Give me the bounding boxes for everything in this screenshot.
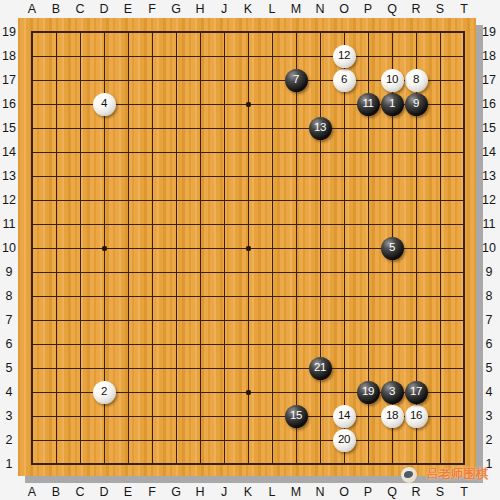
stone-white: 2 — [93, 381, 116, 404]
star-point — [102, 246, 107, 251]
left-coordinate-labels: 19181716151413121110987654321 — [0, 20, 18, 476]
column-label: H — [188, 483, 212, 500]
column-label: O — [332, 0, 356, 17]
column-label: T — [452, 0, 476, 17]
row-label: 1 — [0, 452, 18, 476]
column-label: Q — [380, 483, 404, 500]
row-label: 9 — [478, 260, 500, 284]
stone-white: 10 — [381, 69, 404, 92]
row-label: 14 — [0, 140, 18, 164]
stone-white: 4 — [93, 93, 116, 116]
row-label: 10 — [0, 236, 18, 260]
row-label: 18 — [478, 44, 500, 68]
stone-black: 3 — [381, 381, 404, 404]
column-label: O — [332, 483, 356, 500]
row-label: 3 — [478, 404, 500, 428]
column-label: B — [44, 483, 68, 500]
stone-white: 6 — [333, 69, 356, 92]
row-label: 2 — [0, 428, 18, 452]
row-label: 7 — [478, 308, 500, 332]
stone-black: 7 — [285, 69, 308, 92]
stone-white: 20 — [333, 429, 356, 452]
stone-white: 12 — [333, 45, 356, 68]
column-label: D — [92, 0, 116, 17]
stone-black: 19 — [357, 381, 380, 404]
column-label: R — [404, 0, 428, 17]
stone-black: 13 — [309, 117, 332, 140]
column-label: K — [236, 483, 260, 500]
go-kifu-diagram: ABCDEFGHJKLMNOPQRST ABCDEFGHJKLMNOPQRST … — [0, 0, 500, 500]
column-label: D — [92, 483, 116, 500]
row-label: 8 — [478, 284, 500, 308]
column-label: G — [164, 0, 188, 17]
top-coordinate-labels: ABCDEFGHJKLMNOPQRST — [20, 0, 476, 17]
right-coordinate-labels: 19181716151413121110987654321 — [478, 20, 500, 476]
row-label: 17 — [478, 68, 500, 92]
watermark: 吕老师围棋 — [401, 466, 489, 483]
column-label: E — [116, 0, 140, 17]
stone-black: 21 — [309, 357, 332, 380]
row-label: 15 — [478, 116, 500, 140]
row-label: 19 — [478, 20, 500, 44]
row-label: 5 — [0, 356, 18, 380]
row-label: 16 — [478, 92, 500, 116]
column-label: J — [212, 483, 236, 500]
column-label: L — [260, 483, 284, 500]
row-label: 12 — [478, 188, 500, 212]
row-label: 4 — [0, 380, 18, 404]
column-label: C — [68, 0, 92, 17]
column-label: A — [20, 483, 44, 500]
column-label: C — [68, 483, 92, 500]
column-label: F — [140, 483, 164, 500]
stone-black: 17 — [405, 381, 428, 404]
column-label: H — [188, 0, 212, 17]
row-label: 13 — [478, 164, 500, 188]
column-label: F — [140, 0, 164, 17]
stone-black: 15 — [285, 405, 308, 428]
column-label: N — [308, 0, 332, 17]
column-label: N — [308, 483, 332, 500]
star-point — [246, 390, 251, 395]
column-label: J — [212, 0, 236, 17]
column-label: B — [44, 0, 68, 17]
row-label: 15 — [0, 116, 18, 140]
row-label: 2 — [478, 428, 500, 452]
row-label: 14 — [478, 140, 500, 164]
stone-white: 16 — [405, 405, 428, 428]
column-label: K — [236, 0, 260, 17]
row-label: 3 — [0, 404, 18, 428]
column-label: S — [428, 483, 452, 500]
column-label: S — [428, 0, 452, 17]
star-point — [246, 102, 251, 107]
stone-black: 11 — [357, 93, 380, 116]
row-label: 6 — [0, 332, 18, 356]
column-label: E — [116, 483, 140, 500]
row-label: 8 — [0, 284, 18, 308]
stone-black: 1 — [381, 93, 404, 116]
column-label: A — [20, 0, 44, 17]
column-label: Q — [380, 0, 404, 17]
row-label: 12 — [0, 188, 18, 212]
row-label: 5 — [478, 356, 500, 380]
stone-white: 18 — [381, 405, 404, 428]
board-intersections: 123456789101112131415161718192021 — [20, 20, 476, 476]
row-label: 16 — [0, 92, 18, 116]
logo-circle-icon — [401, 467, 417, 483]
watermark-text: 吕老师围棋 — [426, 466, 489, 483]
stone-white: 8 — [405, 69, 428, 92]
stone-white: 14 — [333, 405, 356, 428]
row-label: 11 — [0, 212, 18, 236]
row-label: 18 — [0, 44, 18, 68]
row-label: 19 — [0, 20, 18, 44]
row-label: 7 — [0, 308, 18, 332]
column-label: M — [284, 0, 308, 17]
column-label: T — [452, 483, 476, 500]
column-label: R — [404, 483, 428, 500]
column-label: L — [260, 0, 284, 17]
row-label: 6 — [478, 332, 500, 356]
row-label: 9 — [0, 260, 18, 284]
row-label: 13 — [0, 164, 18, 188]
column-label: P — [356, 483, 380, 500]
column-label: G — [164, 483, 188, 500]
stone-black: 5 — [381, 237, 404, 260]
row-label: 4 — [478, 380, 500, 404]
star-point — [246, 246, 251, 251]
column-label: M — [284, 483, 308, 500]
row-label: 11 — [478, 212, 500, 236]
row-label: 10 — [478, 236, 500, 260]
column-label: P — [356, 0, 380, 17]
stone-black: 9 — [405, 93, 428, 116]
bottom-coordinate-labels: ABCDEFGHJKLMNOPQRST — [20, 483, 476, 500]
row-label: 17 — [0, 68, 18, 92]
